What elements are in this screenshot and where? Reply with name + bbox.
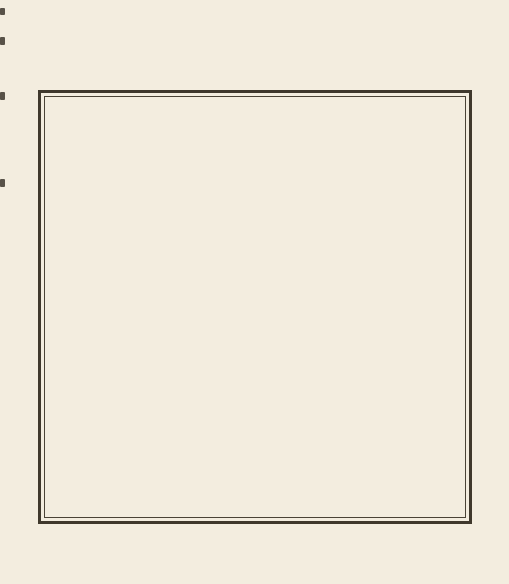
black-move <box>285 66 333 85</box>
scan-artifact-mark <box>0 179 5 187</box>
scan-artifact-mark <box>0 8 5 15</box>
white-move <box>42 66 285 85</box>
move-row <box>42 28 509 47</box>
book-page <box>0 0 509 524</box>
move-row <box>42 47 509 66</box>
scan-artifact-mark <box>0 92 5 100</box>
black-move <box>285 28 333 47</box>
scan-artifact-mark <box>0 37 5 45</box>
white-move <box>42 28 285 47</box>
chess-board <box>47 99 463 515</box>
board-frame-inner <box>44 96 466 518</box>
board-frame <box>38 90 472 524</box>
black-move <box>285 9 333 28</box>
white-move <box>42 47 285 66</box>
white-move <box>42 9 285 28</box>
black-move <box>285 47 333 66</box>
move-row <box>42 9 509 28</box>
move-list <box>0 0 509 85</box>
move-row <box>42 66 509 85</box>
